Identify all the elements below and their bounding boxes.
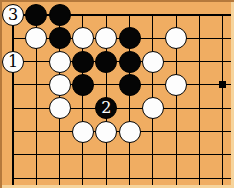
white-stone <box>165 74 187 96</box>
black-stone <box>72 51 94 73</box>
white-stone-move-1: 1 <box>2 51 24 73</box>
grid-line-vertical <box>12 14 14 188</box>
black-stone <box>25 4 47 26</box>
white-stone <box>95 121 117 143</box>
white-stone <box>49 51 71 73</box>
grid-line-vertical <box>222 14 223 188</box>
white-stone <box>49 74 71 96</box>
black-stone-move-2: 2 <box>95 97 117 119</box>
white-stone <box>72 27 94 49</box>
black-stone <box>49 4 71 26</box>
white-stone <box>165 27 187 49</box>
white-stone <box>119 121 141 143</box>
black-stone <box>119 27 141 49</box>
grid-line-horizontal <box>12 178 234 179</box>
black-stone <box>95 51 117 73</box>
white-stone <box>142 51 164 73</box>
white-stone <box>142 97 164 119</box>
star-point <box>219 81 226 88</box>
grid-line-horizontal <box>12 108 234 109</box>
grid-line-horizontal <box>12 154 234 155</box>
white-stone-move-3: 3 <box>2 4 24 26</box>
black-stone <box>49 27 71 49</box>
black-stone <box>119 51 141 73</box>
white-stone <box>25 27 47 49</box>
white-stone <box>72 121 94 143</box>
grid-line-vertical <box>199 14 200 188</box>
white-stone <box>95 27 117 49</box>
black-stone <box>119 74 141 96</box>
black-stone <box>72 74 94 96</box>
go-board: 312 <box>0 0 234 188</box>
white-stone <box>49 97 71 119</box>
